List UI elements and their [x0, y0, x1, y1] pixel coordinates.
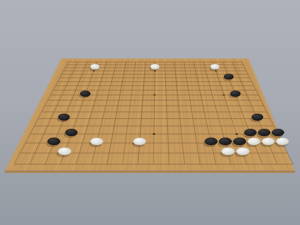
- white-stone[interactable]: [248, 138, 261, 145]
- screenshot-stage: [0, 0, 300, 225]
- black-stone[interactable]: [258, 129, 270, 136]
- white-stone[interactable]: [151, 64, 160, 69]
- black-stone[interactable]: [272, 129, 284, 136]
- white-stone[interactable]: [91, 64, 100, 69]
- white-stone[interactable]: [90, 138, 103, 145]
- black-stone[interactable]: [244, 129, 256, 136]
- black-stone[interactable]: [224, 74, 233, 79]
- black-stone[interactable]: [233, 138, 246, 145]
- black-stone[interactable]: [230, 91, 240, 97]
- white-stone[interactable]: [276, 138, 289, 145]
- black-stone[interactable]: [205, 138, 218, 145]
- black-stone[interactable]: [252, 114, 263, 121]
- white-stone[interactable]: [211, 64, 220, 69]
- white-stone[interactable]: [58, 148, 71, 156]
- black-stone[interactable]: [80, 91, 90, 97]
- board-front-edge: [5, 171, 296, 173]
- go-scene: [0, 0, 300, 225]
- black-stone[interactable]: [58, 114, 69, 121]
- white-stone[interactable]: [236, 148, 249, 156]
- white-stone[interactable]: [222, 148, 235, 156]
- white-stone[interactable]: [262, 138, 275, 145]
- white-stone[interactable]: [133, 138, 146, 145]
- black-stone[interactable]: [65, 129, 77, 136]
- black-stone[interactable]: [48, 138, 61, 145]
- black-stone[interactable]: [219, 138, 232, 145]
